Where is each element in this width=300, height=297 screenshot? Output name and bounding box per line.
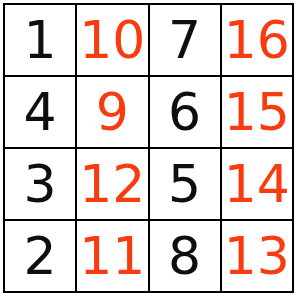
cell-r4c3: 8 [150, 221, 220, 291]
cell-r2c1: 4 [5, 77, 75, 147]
cell-r3c1: 3 [5, 149, 75, 219]
cell-r2c2: 9 [77, 77, 147, 147]
cell-r3c3: 5 [150, 149, 220, 219]
cell-r3c4: 14 [222, 149, 292, 219]
cell-r4c1: 2 [5, 221, 75, 291]
cell-r2c3: 6 [150, 77, 220, 147]
number-grid-board: 11071649615312514211813 [3, 3, 294, 293]
cell-r4c4: 13 [222, 221, 292, 291]
cell-r3c2: 12 [77, 149, 147, 219]
cell-r2c4: 15 [222, 77, 292, 147]
cell-r4c2: 11 [77, 221, 147, 291]
cell-r1c2: 10 [77, 5, 147, 75]
board-wrapper: 11071649615312514211813 [0, 0, 300, 297]
cell-r1c4: 16 [222, 5, 292, 75]
cell-r1c1: 1 [5, 5, 75, 75]
cell-r1c3: 7 [150, 5, 220, 75]
